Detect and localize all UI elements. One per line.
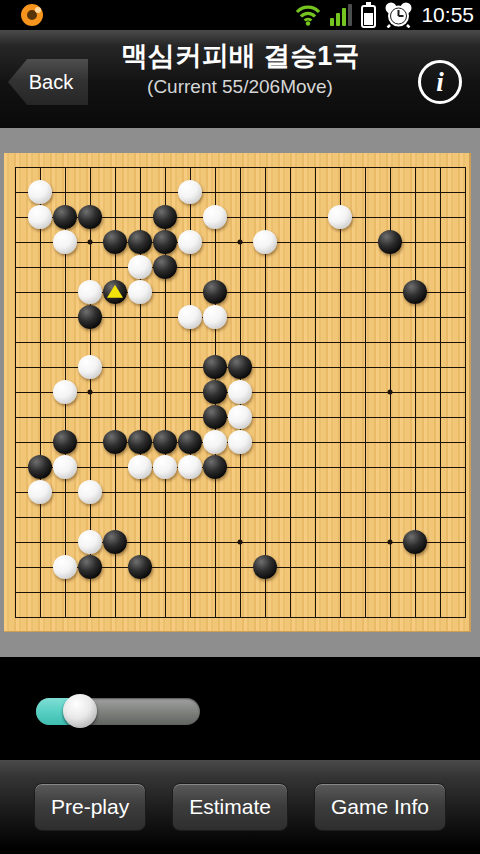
nav-header: Back 맥심커피배 결승1국 (Current 55/206Move) i xyxy=(0,30,480,128)
white-stone xyxy=(28,205,52,229)
white-stone xyxy=(78,355,102,379)
black-stone xyxy=(78,305,102,329)
black-stone xyxy=(203,455,227,479)
black-stone xyxy=(253,555,277,579)
slider-thumb[interactable] xyxy=(63,694,97,728)
black-stone xyxy=(378,230,402,254)
board-frame xyxy=(0,128,480,657)
black-stone xyxy=(103,430,127,454)
alarm-clock-icon xyxy=(385,2,412,28)
white-stone xyxy=(228,430,252,454)
signal-bars-icon xyxy=(330,4,352,26)
black-stone xyxy=(153,230,177,254)
white-stone xyxy=(128,280,152,304)
white-stone xyxy=(203,305,227,329)
white-stone xyxy=(228,405,252,429)
battery-icon xyxy=(361,5,376,28)
white-stone xyxy=(178,305,202,329)
black-stone xyxy=(228,355,252,379)
black-stone xyxy=(153,430,177,454)
black-stone xyxy=(153,205,177,229)
black-stone xyxy=(403,530,427,554)
game-info-button[interactable]: Game Info xyxy=(314,783,446,831)
go-board[interactable] xyxy=(4,153,471,632)
white-stone xyxy=(178,455,202,479)
go-board-grid[interactable] xyxy=(15,167,466,618)
black-stone xyxy=(153,255,177,279)
black-stone xyxy=(203,355,227,379)
black-stone xyxy=(103,530,127,554)
white-stone xyxy=(28,480,52,504)
white-stone xyxy=(53,555,77,579)
black-stone xyxy=(53,205,77,229)
star-point xyxy=(238,540,243,545)
footer-bar: Pre-play Estimate Game Info xyxy=(0,760,480,854)
white-stone xyxy=(203,430,227,454)
white-stone xyxy=(78,280,102,304)
black-stone xyxy=(203,405,227,429)
black-stone xyxy=(103,280,127,304)
black-stone xyxy=(403,280,427,304)
black-stone xyxy=(128,430,152,454)
pre-play-button[interactable]: Pre-play xyxy=(34,783,146,831)
black-stone xyxy=(203,380,227,404)
black-stone xyxy=(203,280,227,304)
wifi-icon xyxy=(295,4,321,26)
white-stone xyxy=(153,455,177,479)
white-stone xyxy=(28,180,52,204)
black-stone xyxy=(128,555,152,579)
white-stone xyxy=(328,205,352,229)
back-button[interactable]: Back xyxy=(8,59,88,105)
estimate-button[interactable]: Estimate xyxy=(172,783,288,831)
playback-controls: A xyxy=(0,657,480,760)
notification-app-icon xyxy=(21,4,43,26)
clock-time: 10:55 xyxy=(421,3,474,27)
move-counter-subtitle: (Current 55/206Move) xyxy=(90,74,390,100)
black-stone xyxy=(53,430,77,454)
page-title: 맥심커피배 결승1국 xyxy=(90,38,390,74)
move-progress-slider[interactable] xyxy=(36,698,200,725)
white-stone xyxy=(53,380,77,404)
star-point xyxy=(388,540,393,545)
white-stone xyxy=(253,230,277,254)
black-stone xyxy=(103,230,127,254)
white-stone xyxy=(53,230,77,254)
status-bar: 10:55 xyxy=(0,0,480,30)
white-stone xyxy=(128,255,152,279)
star-point xyxy=(238,240,243,245)
white-stone xyxy=(203,205,227,229)
white-stone xyxy=(78,530,102,554)
info-icon: i xyxy=(436,67,444,98)
white-stone xyxy=(178,180,202,204)
star-point xyxy=(388,390,393,395)
star-point xyxy=(88,240,93,245)
white-stone xyxy=(178,230,202,254)
star-point xyxy=(88,390,93,395)
info-button[interactable]: i xyxy=(418,60,462,104)
white-stone xyxy=(128,455,152,479)
last-move-triangle-marker xyxy=(107,285,123,298)
black-stone xyxy=(78,205,102,229)
black-stone xyxy=(78,555,102,579)
white-stone xyxy=(78,480,102,504)
app-screen: 10:55 Back 맥심커피배 결승1국 (Current 55/206Mov… xyxy=(0,0,480,854)
white-stone xyxy=(228,380,252,404)
white-stone xyxy=(53,455,77,479)
black-stone xyxy=(178,430,202,454)
black-stone xyxy=(128,230,152,254)
black-stone xyxy=(28,455,52,479)
